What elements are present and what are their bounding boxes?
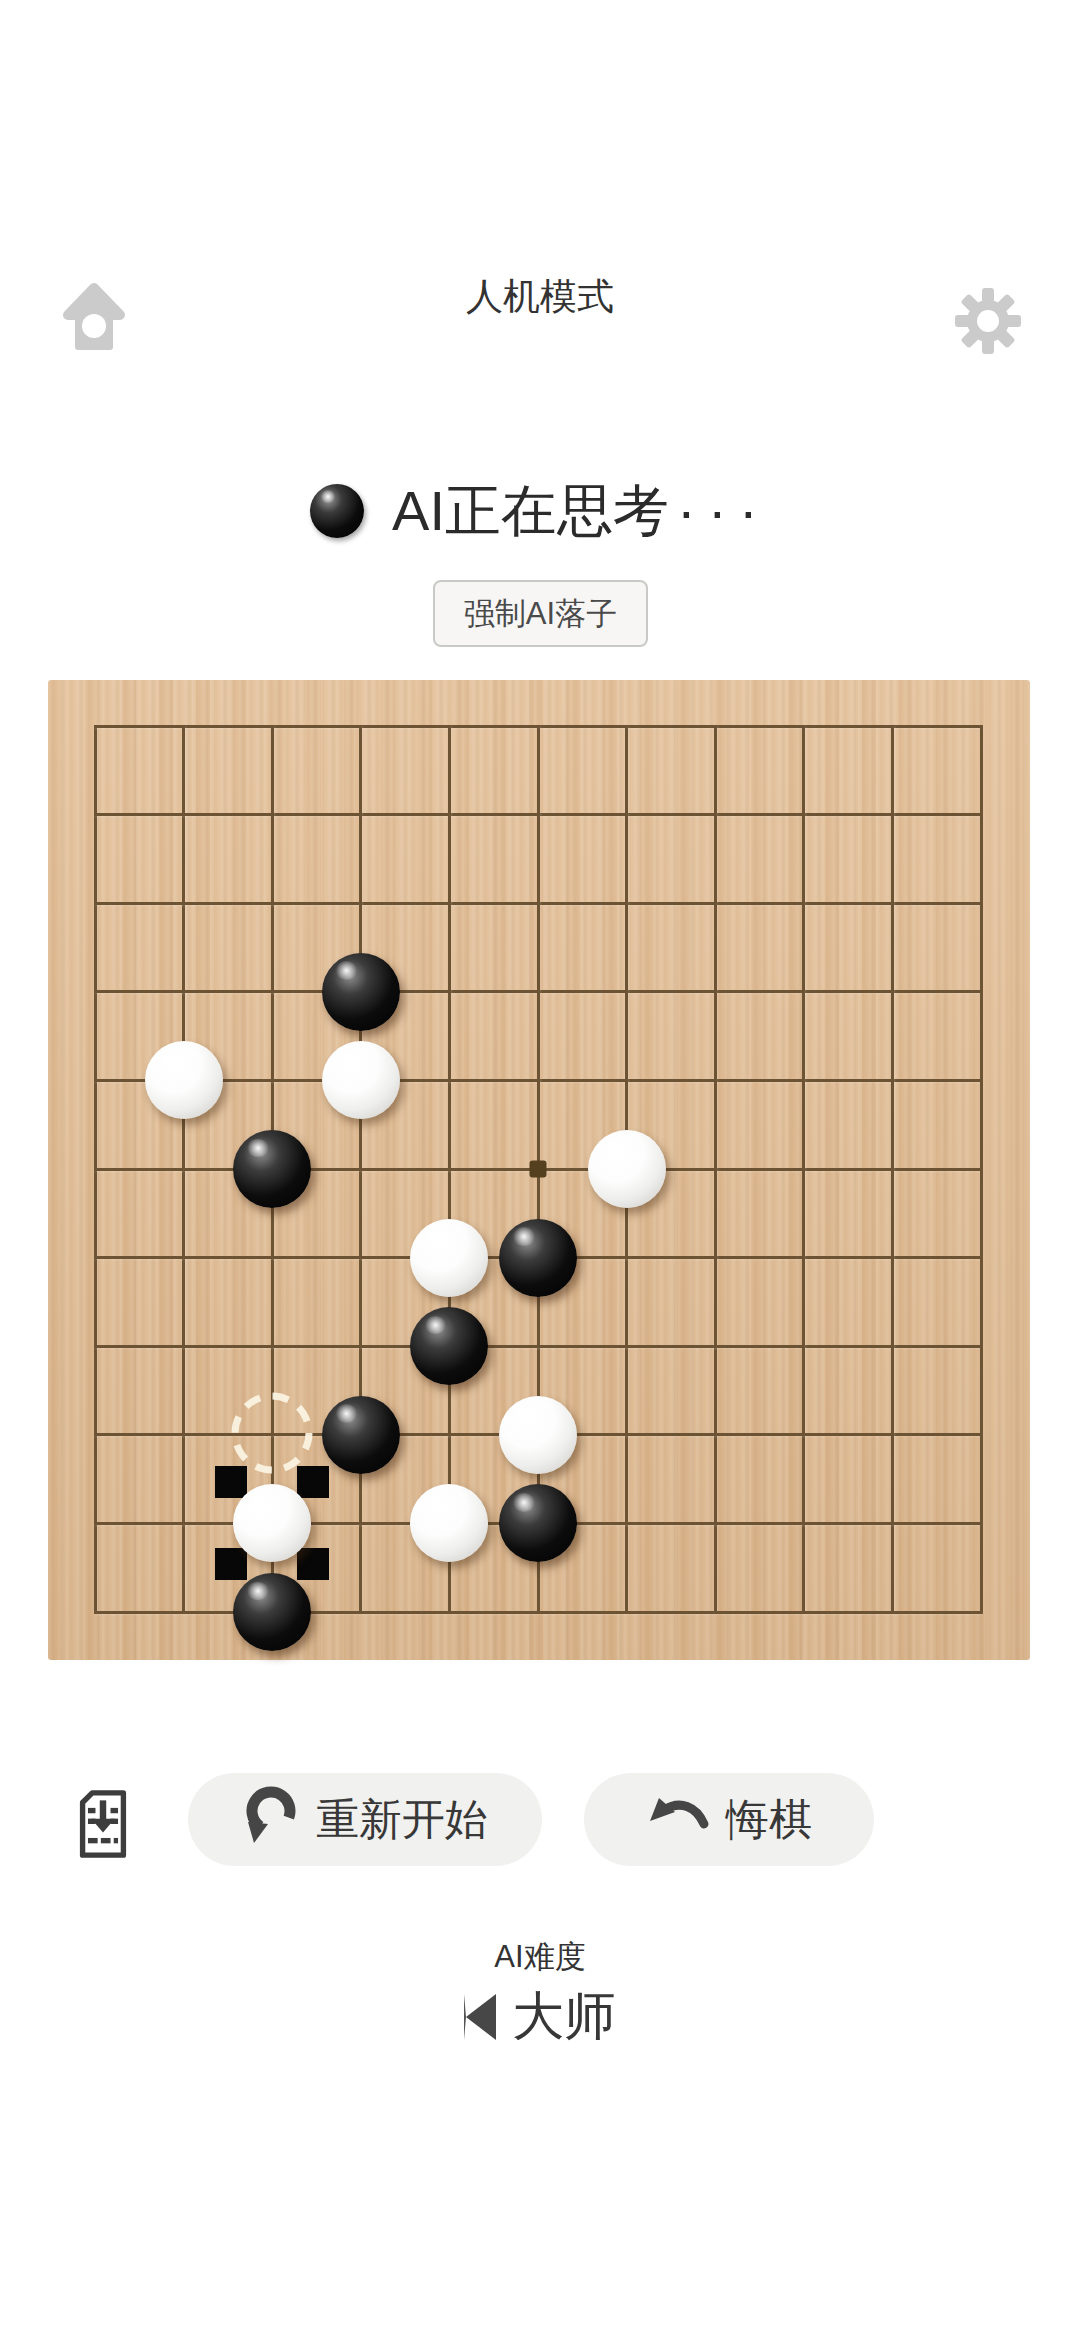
stone-black [499,1219,577,1297]
home-icon [62,344,126,359]
stone-black [499,1484,577,1562]
status-ellipsis: ··· [677,479,770,542]
grid-line [94,1611,983,1614]
undo-button[interactable]: 悔棋 [584,1773,874,1866]
stone-white [233,1484,311,1562]
stone-white [322,1041,400,1119]
save-record-icon [74,1848,132,1863]
stone-white [499,1396,577,1474]
stone-black [233,1573,311,1651]
save-record-button[interactable] [74,1788,132,1863]
page-title: 人机模式 [0,272,1080,322]
left-triangle-icon[interactable] [464,1994,496,2040]
stone-black [233,1130,311,1208]
grid-line [891,725,894,1614]
status-text: AI正在思考··· [392,480,770,542]
difficulty-label: AI难度 [0,1936,1080,1978]
restart-label: 重新开始 [316,1791,488,1849]
stone-white [410,1484,488,1562]
undo-icon [646,1794,710,1846]
star-point [530,1161,547,1178]
force-ai-move-button[interactable]: 强制AI落子 [433,580,648,647]
gear-icon [953,344,1023,359]
board-grid[interactable] [95,726,981,1612]
difficulty-value: 大师 [512,1982,616,2052]
stone-white [145,1041,223,1119]
board[interactable] [48,680,1030,1660]
stone-white [588,1130,666,1208]
restart-icon [242,1783,300,1857]
undo-label: 悔棋 [726,1791,812,1849]
stone-black [322,1396,400,1474]
stone-white [410,1219,488,1297]
grid-line [714,725,717,1614]
difficulty-row: 大师 [0,1982,1080,2052]
status-row: AI正在思考··· [0,480,1080,542]
restart-button[interactable]: 重新开始 [188,1773,542,1866]
grid-line [980,725,983,1614]
grid-line [94,1345,983,1348]
stone-black [410,1307,488,1385]
settings-button[interactable] [953,286,1023,359]
grid-line [802,725,805,1614]
black-stone-icon [310,484,364,538]
stone-black [322,953,400,1031]
